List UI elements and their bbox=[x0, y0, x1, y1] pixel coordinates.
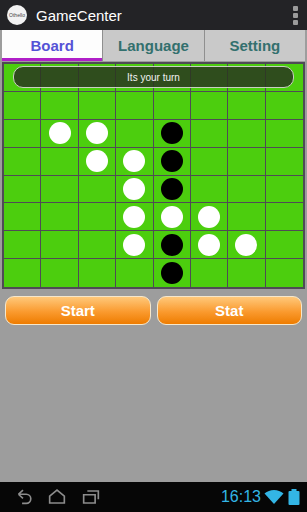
home-icon bbox=[44, 486, 70, 508]
app-title: GameCenter bbox=[36, 7, 291, 24]
board-cell[interactable] bbox=[191, 176, 228, 204]
board-cell[interactable] bbox=[79, 92, 116, 120]
board-cell[interactable] bbox=[191, 259, 228, 287]
stat-button[interactable]: Stat bbox=[157, 296, 303, 325]
tab-board[interactable]: Board bbox=[2, 30, 102, 61]
white-piece bbox=[198, 234, 220, 256]
board-cell[interactable] bbox=[191, 148, 228, 176]
board-cell[interactable] bbox=[154, 176, 191, 204]
board-cell[interactable] bbox=[191, 203, 228, 231]
tab-language[interactable]: Language bbox=[102, 30, 203, 61]
game-board[interactable] bbox=[2, 62, 305, 289]
board-cell[interactable] bbox=[266, 231, 303, 259]
screen: Othello GameCenter Board Language Settin… bbox=[0, 0, 307, 512]
overflow-menu-icon[interactable] bbox=[291, 2, 300, 29]
white-piece bbox=[86, 122, 108, 144]
board-cell[interactable] bbox=[154, 231, 191, 259]
board-cell[interactable] bbox=[228, 203, 265, 231]
board-cell[interactable] bbox=[116, 203, 153, 231]
black-piece bbox=[161, 150, 183, 172]
turn-banner: Its your turn bbox=[13, 66, 294, 88]
board-cell[interactable] bbox=[41, 148, 78, 176]
board-cell[interactable] bbox=[79, 259, 116, 287]
board-cell[interactable] bbox=[228, 176, 265, 204]
board-cell[interactable] bbox=[79, 120, 116, 148]
turn-banner-text: Its your turn bbox=[127, 72, 180, 83]
battery-icon bbox=[287, 488, 301, 506]
system-status: 16:13 bbox=[221, 488, 301, 506]
app-icon-label: Othello bbox=[9, 12, 25, 18]
board-cell[interactable] bbox=[4, 231, 41, 259]
board-cell[interactable] bbox=[41, 92, 78, 120]
board-cell[interactable] bbox=[191, 231, 228, 259]
board-cell[interactable] bbox=[41, 176, 78, 204]
board-cell[interactable] bbox=[4, 120, 41, 148]
white-piece bbox=[123, 206, 145, 228]
board-cell[interactable] bbox=[154, 120, 191, 148]
back-button[interactable] bbox=[10, 486, 36, 508]
board-cell[interactable] bbox=[228, 259, 265, 287]
white-piece bbox=[198, 206, 220, 228]
board-cell[interactable] bbox=[266, 176, 303, 204]
tab-setting-label: Setting bbox=[229, 37, 280, 54]
tab-board-label: Board bbox=[30, 37, 73, 54]
black-piece bbox=[161, 262, 183, 284]
tab-bar: Board Language Setting bbox=[0, 30, 307, 61]
white-piece bbox=[235, 234, 257, 256]
board-cell[interactable] bbox=[79, 176, 116, 204]
board-cell[interactable] bbox=[228, 92, 265, 120]
start-button[interactable]: Start bbox=[5, 296, 151, 325]
white-piece bbox=[161, 206, 183, 228]
wifi-icon bbox=[263, 488, 285, 506]
content-background bbox=[0, 325, 307, 482]
button-row: Start Stat bbox=[0, 289, 307, 325]
back-icon bbox=[10, 486, 36, 508]
board-cell[interactable] bbox=[41, 203, 78, 231]
tab-setting[interactable]: Setting bbox=[204, 30, 305, 61]
app-icon: Othello bbox=[7, 5, 27, 25]
white-piece bbox=[123, 150, 145, 172]
black-piece bbox=[161, 178, 183, 200]
white-piece bbox=[86, 150, 108, 172]
board-cell[interactable] bbox=[41, 231, 78, 259]
board-cell[interactable] bbox=[154, 148, 191, 176]
board-cell[interactable] bbox=[154, 92, 191, 120]
board-cell[interactable] bbox=[116, 231, 153, 259]
board-cell[interactable] bbox=[266, 148, 303, 176]
home-button[interactable] bbox=[44, 486, 70, 508]
board-cell[interactable] bbox=[266, 203, 303, 231]
board-cell[interactable] bbox=[116, 176, 153, 204]
board-cell[interactable] bbox=[116, 259, 153, 287]
white-piece bbox=[123, 178, 145, 200]
board-cell[interactable] bbox=[116, 92, 153, 120]
board-cell[interactable] bbox=[116, 120, 153, 148]
board-cell[interactable] bbox=[79, 203, 116, 231]
board-cell[interactable] bbox=[79, 231, 116, 259]
title-bar: Othello GameCenter bbox=[0, 0, 307, 30]
board-cell[interactable] bbox=[154, 203, 191, 231]
board-cell[interactable] bbox=[4, 259, 41, 287]
board-cell[interactable] bbox=[41, 259, 78, 287]
board-cell[interactable] bbox=[116, 148, 153, 176]
board-cell[interactable] bbox=[4, 203, 41, 231]
board-cell[interactable] bbox=[191, 92, 228, 120]
board-cell[interactable] bbox=[4, 148, 41, 176]
board-cell[interactable] bbox=[228, 148, 265, 176]
board-cell[interactable] bbox=[266, 120, 303, 148]
recents-icon bbox=[78, 486, 104, 508]
recents-button[interactable] bbox=[78, 486, 104, 508]
game-board-area: Its your turn bbox=[2, 62, 305, 289]
board-cell[interactable] bbox=[266, 259, 303, 287]
navigation-bar: 16:13 bbox=[0, 482, 307, 512]
black-piece bbox=[161, 122, 183, 144]
board-cell[interactable] bbox=[79, 148, 116, 176]
board-cell[interactable] bbox=[4, 92, 41, 120]
board-cell[interactable] bbox=[4, 176, 41, 204]
board-cell[interactable] bbox=[41, 120, 78, 148]
board-cell[interactable] bbox=[191, 120, 228, 148]
white-piece bbox=[49, 122, 71, 144]
board-cell[interactable] bbox=[266, 92, 303, 120]
board-cell[interactable] bbox=[154, 259, 191, 287]
white-piece bbox=[123, 234, 145, 256]
board-cell[interactable] bbox=[228, 231, 265, 259]
clock: 16:13 bbox=[221, 488, 261, 506]
black-piece bbox=[161, 234, 183, 256]
tab-language-label: Language bbox=[118, 37, 189, 54]
board-cell[interactable] bbox=[228, 120, 265, 148]
